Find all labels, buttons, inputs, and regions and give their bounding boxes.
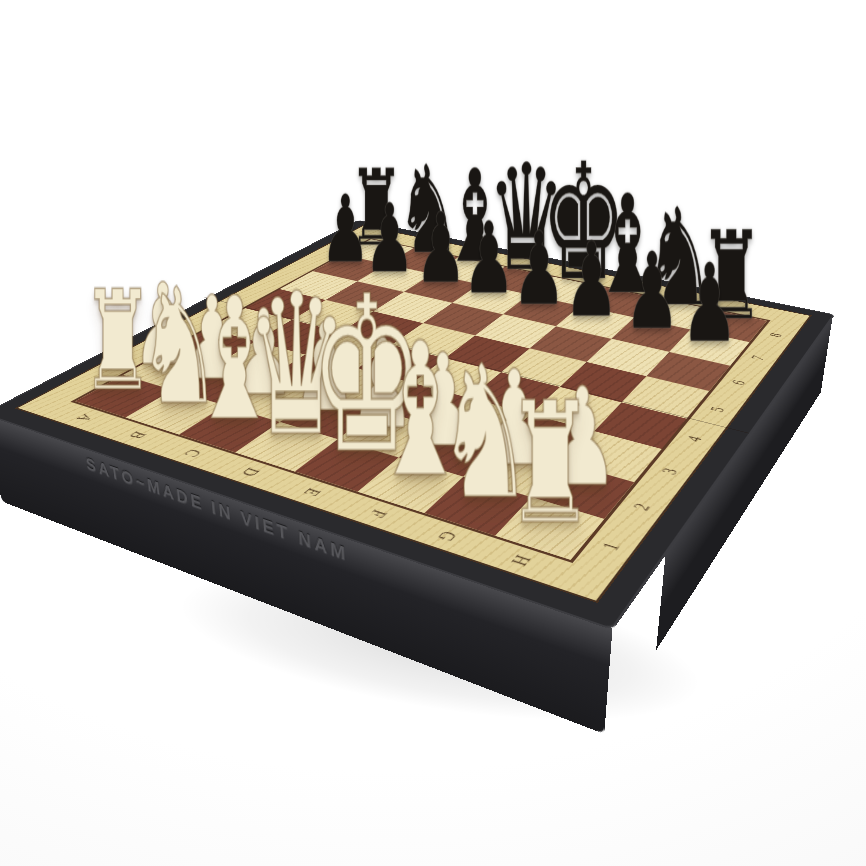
piece-black-pawn-d7[interactable]: ♟ — [453, 228, 510, 305]
piece-white-rook-h1[interactable]: ♜ — [497, 410, 580, 541]
piece-black-pawn-e7[interactable]: ♟ — [504, 238, 563, 317]
piece-black-pawn-g7[interactable]: ♟ — [613, 259, 674, 341]
photo-background: SATO~MADE IN VIET NAM ♜♞♝♛♚♝♞♜♟♟♟♟♟♟♟♟♟♟… — [0, 0, 866, 866]
piece-white-knight-g1[interactable]: ♞ — [425, 374, 505, 517]
piece-black-pawn-f7[interactable]: ♟ — [557, 248, 617, 328]
chess-set: SATO~MADE IN VIET NAM ♜♞♝♛♚♝♞♜♟♟♟♟♟♟♟♟♟♟… — [0, 220, 835, 630]
piece-black-pawn-h7[interactable]: ♟ — [671, 270, 734, 354]
square-h1[interactable]: ♜ — [495, 497, 604, 559]
scene: SATO~MADE IN VIET NAM ♜♞♝♛♚♝♞♜♟♟♟♟♟♟♟♟♟♟… — [0, 0, 866, 866]
